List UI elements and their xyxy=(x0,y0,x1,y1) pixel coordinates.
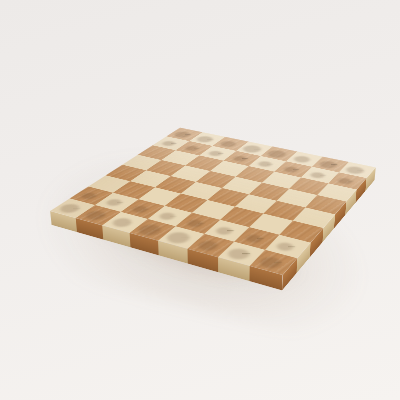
rook-glyph: ♜ xyxy=(226,237,321,266)
scene: ♜♞♝♛♚♝♞♜♟♟♟♟♟♟♟♟♟♟♟♟♟♟♟♟♜♞♝♛♚♝♞♜ xyxy=(0,0,400,400)
